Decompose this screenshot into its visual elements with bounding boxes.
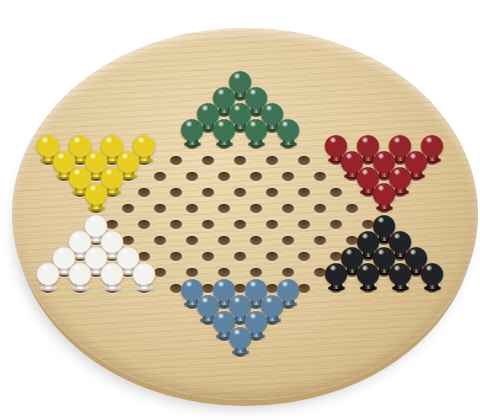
cell-r8-c2[interactable]: [112, 200, 144, 216]
peg-shine-highlight: [329, 137, 337, 143]
cell-r5-c9[interactable]: [288, 152, 320, 168]
board-star: ●●●●●●●●●●●●●●●●●●●●●●●●●●●●●●●●●●●●●●●●…: [5, 88, 475, 360]
board-hole: [314, 204, 326, 213]
board-hole: [138, 220, 150, 229]
board-hole: [266, 188, 278, 197]
peg-head: ●: [387, 262, 412, 282]
board-hole: [346, 204, 358, 213]
board-hole: [186, 204, 198, 213]
cell-r13-c10[interactable]: ●: [320, 280, 352, 296]
board-hole: [234, 156, 246, 165]
cell-r13-c11[interactable]: ●: [352, 280, 384, 296]
cell-r8-c8[interactable]: [304, 200, 336, 216]
board-hole: [154, 204, 166, 213]
peg-head: ●: [419, 262, 444, 282]
cell-r9-c2[interactable]: [128, 216, 160, 232]
cell-r11-c4[interactable]: [160, 248, 192, 264]
peg-white[interactable]: ●: [133, 262, 155, 291]
cell-r9-c8[interactable]: [320, 216, 352, 232]
peg-shine-highlight: [185, 121, 193, 127]
board-hole: [122, 204, 134, 213]
peg-head: ●: [227, 326, 252, 346]
board-hole: [266, 252, 278, 261]
cell-r10-c4[interactable]: [176, 232, 208, 248]
cell-r7-c5[interactable]: [192, 184, 224, 200]
cell-r13-c12[interactable]: ●: [384, 280, 416, 296]
cell-r7-c3[interactable]: [128, 184, 160, 200]
cell-r7-c7[interactable]: [256, 184, 288, 200]
peg-shine-highlight: [249, 121, 257, 127]
cell-r13-c13[interactable]: ●: [416, 280, 448, 296]
peg-shine-highlight: [201, 297, 209, 303]
peg-shine-highlight: [57, 153, 65, 159]
peg-shine-highlight: [281, 121, 289, 127]
cell-r10-c7[interactable]: [272, 232, 304, 248]
board-hole: [218, 236, 230, 245]
board-hole: [282, 236, 294, 245]
peg-shine-highlight: [425, 265, 433, 271]
cell-r4-c4[interactable]: ●: [272, 136, 304, 152]
peg-head: ●: [179, 118, 204, 138]
peg-green[interactable]: ●: [245, 118, 267, 147]
cell-r13-c3[interactable]: ●: [96, 280, 128, 296]
peg-shine-highlight: [233, 329, 241, 335]
peg-white[interactable]: ●: [69, 262, 91, 291]
peg-green[interactable]: ●: [277, 118, 299, 147]
peg-shine-highlight: [41, 137, 49, 143]
cell-r11-c6[interactable]: [224, 248, 256, 264]
board-hole: [314, 236, 326, 245]
cell-r7-c8[interactable]: [288, 184, 320, 200]
cell-r7-c9[interactable]: [320, 184, 352, 200]
board-hole: [234, 188, 246, 197]
board-hole: [330, 188, 342, 197]
board-hole: [298, 156, 310, 165]
board-hole: [282, 204, 294, 213]
cell-r5-c6[interactable]: [192, 152, 224, 168]
cell-r4-c1[interactable]: ●: [176, 136, 208, 152]
board-hole: [218, 204, 230, 213]
peg-shine-highlight: [217, 121, 225, 127]
peg-shine-highlight: [217, 313, 225, 319]
cell-r6-c5[interactable]: [176, 168, 208, 184]
cell-r13-c2[interactable]: ●: [64, 280, 96, 296]
peg-blue[interactable]: ●: [229, 326, 251, 355]
cell-r11-c7[interactable]: [256, 248, 288, 264]
peg-shine-highlight: [361, 169, 369, 175]
cell-r8-c4[interactable]: [176, 200, 208, 216]
cell-r13-c4[interactable]: ●: [128, 280, 160, 296]
board-hole: [234, 252, 246, 261]
board-hole: [330, 220, 342, 229]
board-hole: [170, 188, 182, 197]
peg-shine-highlight: [329, 265, 337, 271]
cell-r8-c9[interactable]: [336, 200, 368, 216]
peg-head: ●: [35, 262, 60, 282]
cell-r7-c6[interactable]: [224, 184, 256, 200]
cell-r6-c9[interactable]: [304, 168, 336, 184]
peg-head: ●: [355, 262, 380, 282]
cell-r4-c2[interactable]: ●: [208, 136, 240, 152]
peg-green[interactable]: ●: [181, 118, 203, 147]
cell-r6-c7[interactable]: [240, 168, 272, 184]
board-hole: [154, 236, 166, 245]
peg-head: ●: [323, 262, 348, 282]
cell-r10-c5[interactable]: [208, 232, 240, 248]
board-hole: [298, 220, 310, 229]
board-hole: [186, 172, 198, 181]
peg-black[interactable]: ●: [325, 262, 347, 291]
cell-r6-c8[interactable]: [272, 168, 304, 184]
cell-r5-c7[interactable]: [224, 152, 256, 168]
board-hole: [202, 156, 214, 165]
board-hole: [266, 156, 278, 165]
peg-head: ●: [275, 118, 300, 138]
peg-shine-highlight: [73, 169, 81, 175]
cell-r9-c4[interactable]: [192, 216, 224, 232]
peg-shine-highlight: [393, 265, 401, 271]
cell-r6-c4[interactable]: [144, 168, 176, 184]
board-hole: [218, 172, 230, 181]
board-hole: [298, 252, 310, 261]
board-hole: [250, 172, 262, 181]
board-hole: [202, 188, 214, 197]
board-hole: [138, 188, 150, 197]
peg-head: ●: [371, 182, 396, 202]
cell-r10-c3[interactable]: [144, 232, 176, 248]
peg-head: ●: [67, 262, 92, 282]
board-row-8: ●●: [5, 200, 475, 216]
peg-green[interactable]: ●: [213, 118, 235, 147]
cell-r6-c6[interactable]: [208, 168, 240, 184]
cell-r9-c7[interactable]: [288, 216, 320, 232]
board-hole: [154, 172, 166, 181]
cell-r8-c6[interactable]: [240, 200, 272, 216]
peg-black[interactable]: ●: [389, 262, 411, 291]
peg-shine-highlight: [185, 281, 193, 287]
board-hole: [202, 220, 214, 229]
board-hole: [282, 172, 294, 181]
board-hole: [170, 156, 182, 165]
board-hole: [170, 220, 182, 229]
cell-r7-c4[interactable]: [160, 184, 192, 200]
cell-r9-c6[interactable]: [256, 216, 288, 232]
peg-shine-highlight: [377, 185, 385, 191]
peg-head: ●: [131, 262, 156, 282]
cell-r9-c5[interactable]: [224, 216, 256, 232]
peg-shine-highlight: [361, 265, 369, 271]
peg-head: ●: [243, 118, 268, 138]
board-hole: [314, 172, 326, 181]
board-hole: [250, 236, 262, 245]
cell-r4-c3[interactable]: ●: [240, 136, 272, 152]
peg-shine-highlight: [89, 185, 97, 191]
cell-r5-c8[interactable]: [256, 152, 288, 168]
peg-shine-highlight: [73, 265, 81, 271]
board-hole: [266, 220, 278, 229]
board-hole: [250, 204, 262, 213]
peg-shine-highlight: [105, 265, 113, 271]
cell-r8-c7[interactable]: [272, 200, 304, 216]
board-row-7: ●●●●: [5, 184, 475, 200]
board-hole: [202, 252, 214, 261]
cell-r10-c8[interactable]: [304, 232, 336, 248]
board-hole: [186, 236, 198, 245]
peg-white[interactable]: ●: [101, 262, 123, 291]
peg-shine-highlight: [345, 153, 353, 159]
cell-r17-c1[interactable]: ●: [224, 344, 256, 360]
peg-head: ●: [99, 262, 124, 282]
cell-r11-c8[interactable]: [288, 248, 320, 264]
board-hole: [234, 220, 246, 229]
peg-head: ●: [211, 118, 236, 138]
board-hole: [170, 252, 182, 261]
cell-r10-c6[interactable]: [240, 232, 272, 248]
cell-r9-c3[interactable]: [160, 216, 192, 232]
peg-black[interactable]: ●: [421, 262, 443, 291]
cell-r5-c5[interactable]: [160, 152, 192, 168]
cell-r11-c5[interactable]: [192, 248, 224, 264]
cell-r13-c1[interactable]: ●: [32, 280, 64, 296]
peg-black[interactable]: ●: [357, 262, 379, 291]
cell-r8-c5[interactable]: [208, 200, 240, 216]
cell-r8-c3[interactable]: [144, 200, 176, 216]
board-hole: [298, 188, 310, 197]
peg-shine-highlight: [137, 265, 145, 271]
peg-head: ●: [83, 182, 108, 202]
peg-shine-highlight: [41, 265, 49, 271]
peg-white[interactable]: ●: [37, 262, 59, 291]
board-row-17: ●: [5, 344, 475, 360]
